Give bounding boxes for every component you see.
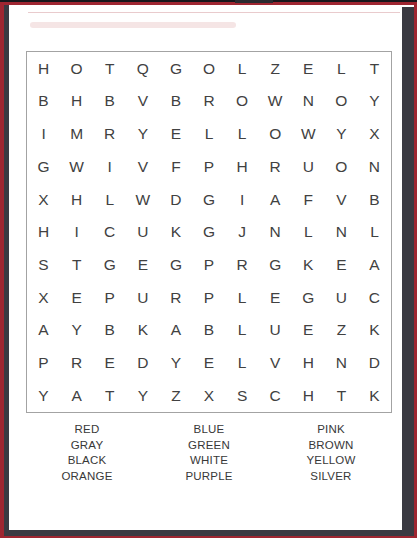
grid-cell[interactable]: O [60, 52, 93, 85]
word-item: YELLOW [270, 453, 392, 469]
grid-cell[interactable]: R [259, 150, 292, 183]
grid-cell[interactable]: P [93, 281, 126, 314]
grid-cell[interactable]: C [259, 379, 292, 412]
word-item: WHITE [148, 453, 270, 469]
grid-cell[interactable]: V [126, 85, 159, 118]
grid-cell[interactable]: W [259, 85, 292, 118]
grid-cell[interactable]: C [93, 216, 126, 249]
grid-cell[interactable]: G [93, 248, 126, 281]
grid-cell[interactable]: U [325, 281, 358, 314]
grid-cell[interactable]: P [27, 347, 60, 380]
grid-cell[interactable]: D [159, 183, 192, 216]
grid-cell[interactable]: O [325, 85, 358, 118]
grid-cell[interactable]: T [358, 52, 391, 85]
grid-cell[interactable]: D [358, 347, 391, 380]
grid-cell[interactable]: Z [159, 379, 192, 412]
word-item: ORANGE [26, 469, 148, 485]
grid-cell[interactable]: X [358, 117, 391, 150]
grid-cell[interactable]: V [259, 347, 292, 380]
grid-cell[interactable]: Y [126, 379, 159, 412]
grid-cell[interactable]: W [60, 150, 93, 183]
grid-cell[interactable]: I [60, 216, 93, 249]
grid-cell[interactable]: L [292, 216, 325, 249]
grid-cell[interactable]: P [192, 281, 225, 314]
grid-cell[interactable]: C [358, 281, 391, 314]
grid-cell[interactable]: K [358, 379, 391, 412]
grid-cell[interactable]: O [325, 150, 358, 183]
grid-cell[interactable]: Y [159, 347, 192, 380]
grid-cell[interactable]: T [93, 52, 126, 85]
ghost-text-artifact [30, 22, 236, 28]
grid-cell[interactable]: Y [27, 379, 60, 412]
grid-cell[interactable]: J [226, 216, 259, 249]
grid-cell[interactable]: A [358, 248, 391, 281]
grid-cell[interactable]: I [27, 117, 60, 150]
grid-cell[interactable]: V [325, 183, 358, 216]
grid-cell[interactable]: A [60, 379, 93, 412]
grid-cell[interactable]: W [292, 117, 325, 150]
grid-cell[interactable]: E [259, 281, 292, 314]
grid-cell[interactable]: N [358, 150, 391, 183]
grid-cell[interactable]: I [93, 150, 126, 183]
grid-cell[interactable]: B [159, 85, 192, 118]
grid-cell[interactable]: G [192, 216, 225, 249]
grid-cell[interactable]: H [292, 347, 325, 380]
grid-cell[interactable]: G [27, 150, 60, 183]
grid-cell[interactable]: K [292, 248, 325, 281]
frame-top-red [0, 2, 417, 5]
grid-cell[interactable]: X [27, 183, 60, 216]
grid-cell[interactable]: M [60, 117, 93, 150]
grid-cell[interactable]: L [358, 216, 391, 249]
grid-cell[interactable]: P [192, 150, 225, 183]
grid-cell[interactable]: N [325, 347, 358, 380]
grid-cell[interactable]: R [60, 347, 93, 380]
grid-cell[interactable]: A [159, 314, 192, 347]
grid-cell[interactable]: O [226, 85, 259, 118]
grid-cell[interactable]: T [93, 379, 126, 412]
word-item: PINK [270, 422, 392, 438]
word-column: REDGRAYBLACKORANGE [26, 422, 148, 484]
grid-cell[interactable]: B [93, 314, 126, 347]
grid-cell[interactable]: L [192, 117, 225, 150]
grid-cell[interactable]: E [159, 117, 192, 150]
word-item: RED [26, 422, 148, 438]
grid-cell[interactable]: D [126, 347, 159, 380]
grid-cell[interactable]: H [292, 379, 325, 412]
grid-cell[interactable]: R [159, 281, 192, 314]
grid-cell[interactable]: Z [259, 52, 292, 85]
grid-cell[interactable]: L [226, 314, 259, 347]
grid-cell[interactable]: G [159, 248, 192, 281]
grid-cell[interactable]: L [226, 117, 259, 150]
grid-cell[interactable]: H [60, 85, 93, 118]
grid-cell[interactable]: L [226, 281, 259, 314]
grid-cell[interactable]: Z [325, 314, 358, 347]
grid-cell[interactable]: E [292, 52, 325, 85]
grid-cell[interactable]: G [292, 281, 325, 314]
word-column: PINKBROWNYELLOWSILVER [270, 422, 392, 484]
word-item: BLACK [26, 453, 148, 469]
grid-cell[interactable]: F [292, 183, 325, 216]
grid-cell[interactable]: K [126, 314, 159, 347]
word-item: GRAY [26, 438, 148, 454]
grid-cell[interactable]: R [226, 248, 259, 281]
grid-cell[interactable]: E [292, 314, 325, 347]
grid-cell[interactable]: B [93, 85, 126, 118]
clipped-text-artifact [235, 0, 273, 3]
grid-cell[interactable]: N [325, 216, 358, 249]
grid-cell[interactable]: E [192, 347, 225, 380]
grid-cell[interactable]: B [27, 85, 60, 118]
grid-cell[interactable]: N [259, 216, 292, 249]
grid-cell[interactable]: L [325, 52, 358, 85]
grid-cell[interactable]: E [93, 347, 126, 380]
grid-cell[interactable]: B [358, 183, 391, 216]
word-item: SILVER [270, 469, 392, 485]
grid-cell[interactable]: Y [60, 314, 93, 347]
grid-cell[interactable]: T [325, 379, 358, 412]
grid-cell[interactable]: E [126, 248, 159, 281]
grid-cell[interactable]: N [292, 85, 325, 118]
word-column: BLUEGREENWHITEPURPLE [148, 422, 270, 484]
grid-cell[interactable]: Y [325, 117, 358, 150]
grid-cell[interactable]: E [325, 248, 358, 281]
grid-cell[interactable]: A [259, 183, 292, 216]
grid-cell[interactable]: R [93, 117, 126, 150]
word-search-grid: HOTQGOLZELTBHBVBROWNOYIMRYELLOWYXGWIVFPH… [26, 51, 392, 413]
grid-cell[interactable]: Q [126, 52, 159, 85]
grid-cell[interactable]: L [226, 52, 259, 85]
grid-cell[interactable]: S [27, 248, 60, 281]
grid-cell[interactable]: Y [358, 85, 391, 118]
grid-cell[interactable]: B [192, 314, 225, 347]
word-item: BLUE [148, 422, 270, 438]
grid-cell[interactable]: P [192, 248, 225, 281]
grid-cell[interactable]: I [226, 183, 259, 216]
grid-cell[interactable]: U [292, 150, 325, 183]
grid-cell[interactable]: W [126, 183, 159, 216]
grid-cell[interactable]: X [27, 281, 60, 314]
grid-cell[interactable]: L [93, 183, 126, 216]
grid-cell[interactable]: G [159, 52, 192, 85]
grid-cell[interactable]: T [60, 248, 93, 281]
grid-cell[interactable]: O [259, 117, 292, 150]
grid-cell[interactable]: U [126, 281, 159, 314]
grid-cell[interactable]: R [192, 85, 225, 118]
grid-cell[interactable]: Y [126, 117, 159, 150]
grid-cell[interactable]: S [226, 379, 259, 412]
grid-cell[interactable]: E [60, 281, 93, 314]
grid-cell[interactable]: L [226, 347, 259, 380]
grid-cell[interactable]: O [192, 52, 225, 85]
word-item: BROWN [270, 438, 392, 454]
word-list: REDGRAYBLACKORANGE BLUEGREENWHITEPURPLE … [26, 422, 392, 484]
grid-cell[interactable]: K [358, 314, 391, 347]
grid-cell[interactable]: G [192, 183, 225, 216]
grid-cell[interactable]: X [192, 379, 225, 412]
worksheet-page: HOTQGOLZELTBHBVBROWNOYIMRYELLOWYXGWIVFPH… [0, 0, 417, 538]
ghost-line-artifact [28, 12, 400, 13]
grid-cell[interactable]: K [159, 216, 192, 249]
word-item: PURPLE [148, 469, 270, 485]
grid-cell[interactable]: H [27, 52, 60, 85]
grid-cell[interactable]: U [126, 216, 159, 249]
grid-cell[interactable]: U [259, 314, 292, 347]
frame-left-red [0, 0, 4, 538]
grid-cell[interactable]: H [226, 150, 259, 183]
grid-cell[interactable]: H [60, 183, 93, 216]
frame-left-charcoal [4, 4, 9, 538]
word-item: GREEN [148, 438, 270, 454]
grid-cell[interactable]: H [27, 216, 60, 249]
grid-cell[interactable]: G [259, 248, 292, 281]
grid-cell[interactable]: V [126, 150, 159, 183]
grid-cell[interactable]: A [27, 314, 60, 347]
grid-cell[interactable]: F [159, 150, 192, 183]
